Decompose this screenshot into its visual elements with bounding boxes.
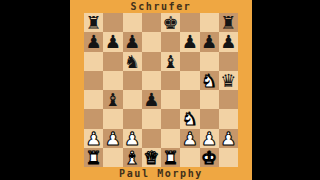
square-h2[interactable]: ♟ xyxy=(219,129,238,148)
square-d3[interactable] xyxy=(142,109,161,128)
square-h8[interactable]: ♜ xyxy=(219,13,238,32)
square-c5[interactable] xyxy=(123,71,142,90)
square-c7[interactable]: ♟ xyxy=(123,32,142,51)
piece-black-pawn[interactable]: ♟ xyxy=(143,90,159,109)
square-g8[interactable] xyxy=(200,13,219,32)
chess-board: ♜♚♜♟♟♟♟♟♟♞♝♞♛♝♟♞♟♟♟♟♟♟♜♝♛♜♚ xyxy=(84,13,238,167)
piece-white-pawn[interactable]: ♟ xyxy=(124,129,140,148)
square-b7[interactable]: ♟ xyxy=(103,32,122,51)
square-b5[interactable] xyxy=(103,71,122,90)
square-g6[interactable] xyxy=(200,52,219,71)
piece-white-pawn[interactable]: ♟ xyxy=(182,129,198,148)
piece-black-rook[interactable]: ♜ xyxy=(86,13,102,32)
piece-black-bishop[interactable]: ♝ xyxy=(163,52,179,71)
square-a4[interactable] xyxy=(84,90,103,109)
square-g4[interactable] xyxy=(200,90,219,109)
piece-white-queen[interactable]: ♛ xyxy=(143,148,159,167)
square-e7[interactable] xyxy=(161,32,180,51)
square-a3[interactable] xyxy=(84,109,103,128)
piece-white-pawn[interactable]: ♟ xyxy=(86,129,102,148)
square-c2[interactable]: ♟ xyxy=(123,129,142,148)
square-f5[interactable] xyxy=(180,71,199,90)
piece-black-rook[interactable]: ♜ xyxy=(220,13,236,32)
piece-white-rook[interactable]: ♜ xyxy=(86,148,102,167)
square-f6[interactable] xyxy=(180,52,199,71)
square-e1[interactable]: ♜ xyxy=(161,148,180,167)
piece-black-pawn[interactable]: ♟ xyxy=(220,32,236,51)
square-c8[interactable] xyxy=(123,13,142,32)
square-h7[interactable]: ♟ xyxy=(219,32,238,51)
piece-black-queen[interactable]: ♛ xyxy=(220,71,236,90)
square-h4[interactable] xyxy=(219,90,238,109)
square-d4[interactable]: ♟ xyxy=(142,90,161,109)
piece-black-pawn[interactable]: ♟ xyxy=(201,32,217,51)
square-g3[interactable] xyxy=(200,109,219,128)
piece-white-pawn[interactable]: ♟ xyxy=(220,129,236,148)
square-f4[interactable] xyxy=(180,90,199,109)
square-h3[interactable] xyxy=(219,109,238,128)
square-c1[interactable]: ♝ xyxy=(123,148,142,167)
square-e3[interactable] xyxy=(161,109,180,128)
square-c4[interactable] xyxy=(123,90,142,109)
piece-black-pawn[interactable]: ♟ xyxy=(105,32,121,51)
square-f3[interactable]: ♞ xyxy=(180,109,199,128)
piece-black-king[interactable]: ♚ xyxy=(163,13,179,32)
piece-white-rook[interactable]: ♜ xyxy=(163,148,179,167)
square-f7[interactable]: ♟ xyxy=(180,32,199,51)
piece-black-knight[interactable]: ♞ xyxy=(124,52,140,71)
square-d8[interactable] xyxy=(142,13,161,32)
square-g5[interactable]: ♞ xyxy=(200,71,219,90)
white-player-name: Paul Morphy xyxy=(119,167,203,180)
square-a6[interactable] xyxy=(84,52,103,71)
square-h5[interactable]: ♛ xyxy=(219,71,238,90)
square-b8[interactable] xyxy=(103,13,122,32)
piece-white-pawn[interactable]: ♟ xyxy=(105,129,121,148)
piece-black-pawn[interactable]: ♟ xyxy=(86,32,102,51)
square-b3[interactable] xyxy=(103,109,122,128)
square-d2[interactable] xyxy=(142,129,161,148)
square-a5[interactable] xyxy=(84,71,103,90)
square-b1[interactable] xyxy=(103,148,122,167)
square-d5[interactable] xyxy=(142,71,161,90)
square-g2[interactable]: ♟ xyxy=(200,129,219,148)
square-f1[interactable] xyxy=(180,148,199,167)
square-e6[interactable]: ♝ xyxy=(161,52,180,71)
square-b4[interactable]: ♝ xyxy=(103,90,122,109)
square-a1[interactable]: ♜ xyxy=(84,148,103,167)
game-panel: Schrufer ♜♚♜♟♟♟♟♟♟♞♝♞♛♝♟♞♟♟♟♟♟♟♜♝♛♜♚ Pau… xyxy=(70,0,252,180)
square-e8[interactable]: ♚ xyxy=(161,13,180,32)
square-c6[interactable]: ♞ xyxy=(123,52,142,71)
square-b2[interactable]: ♟ xyxy=(103,129,122,148)
piece-white-king[interactable]: ♚ xyxy=(201,148,217,167)
square-e5[interactable] xyxy=(161,71,180,90)
black-player-name: Schrufer xyxy=(131,0,192,13)
square-f8[interactable] xyxy=(180,13,199,32)
piece-black-pawn[interactable]: ♟ xyxy=(182,32,198,51)
square-b6[interactable] xyxy=(103,52,122,71)
square-g1[interactable]: ♚ xyxy=(200,148,219,167)
piece-white-pawn[interactable]: ♟ xyxy=(201,129,217,148)
piece-white-knight[interactable]: ♞ xyxy=(201,71,217,90)
square-d7[interactable] xyxy=(142,32,161,51)
square-h1[interactable] xyxy=(219,148,238,167)
square-h6[interactable] xyxy=(219,52,238,71)
square-a7[interactable]: ♟ xyxy=(84,32,103,51)
square-f2[interactable]: ♟ xyxy=(180,129,199,148)
square-g7[interactable]: ♟ xyxy=(200,32,219,51)
piece-white-bishop[interactable]: ♝ xyxy=(124,148,140,167)
square-e2[interactable] xyxy=(161,129,180,148)
piece-black-bishop[interactable]: ♝ xyxy=(105,90,121,109)
square-d1[interactable]: ♛ xyxy=(142,148,161,167)
square-a8[interactable]: ♜ xyxy=(84,13,103,32)
square-e4[interactable] xyxy=(161,90,180,109)
piece-white-knight[interactable]: ♞ xyxy=(182,109,198,128)
square-a2[interactable]: ♟ xyxy=(84,129,103,148)
piece-black-pawn[interactable]: ♟ xyxy=(124,32,140,51)
square-d6[interactable] xyxy=(142,52,161,71)
square-c3[interactable] xyxy=(123,109,142,128)
